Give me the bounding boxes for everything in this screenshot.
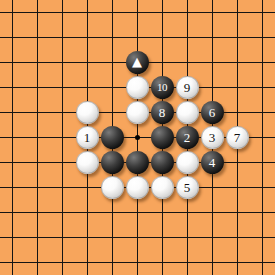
stone-white-c5r7: [126, 176, 149, 199]
star-point: [135, 135, 140, 140]
move-number-label: 10: [157, 81, 167, 92]
stone-black-c6r5: [151, 126, 174, 149]
grid-line-horizontal-10: [0, 262, 275, 263]
stone-white-c7r6: [176, 151, 199, 174]
stone-white-c6r7: [151, 176, 174, 199]
stone-white-move-3: 3: [201, 126, 224, 149]
stone-white-c5r3: [126, 76, 149, 99]
stone-white-move-7: 7: [226, 126, 249, 149]
go-board-surface[interactable]: ▲10986123745: [0, 0, 275, 275]
grid-line-horizontal-8: [0, 212, 275, 213]
stone-black-move-4: 4: [201, 151, 224, 174]
go-diagram: ▲10986123745: [0, 0, 275, 275]
stone-white-c3r6: [76, 151, 99, 174]
stone-black-move-2: 2: [176, 126, 199, 149]
grid-line-horizontal-9: [0, 237, 275, 238]
stone-white-c4r7: [101, 176, 124, 199]
move-number-label: 7: [234, 130, 241, 143]
move-number-label: 3: [209, 130, 216, 143]
move-number-label: 4: [209, 155, 216, 168]
stone-black-move-6: 6: [201, 101, 224, 124]
move-number-label: 2: [184, 130, 191, 143]
stone-black-move-10: 10: [151, 76, 174, 99]
triangle-marker-icon: ▲: [132, 55, 142, 68]
move-number-label: 6: [209, 105, 216, 118]
stone-black-c5r6: [126, 151, 149, 174]
grid-line-vertical-10: [262, 0, 263, 275]
stone-white-c3r4: [76, 101, 99, 124]
stone-white-c5r4: [126, 101, 149, 124]
stone-white-move-5: 5: [176, 176, 199, 199]
stone-black-c4r5: [101, 126, 124, 149]
stone-black-c4r6: [101, 151, 124, 174]
move-number-label: 8: [159, 105, 166, 118]
stone-black-c6r6: [151, 151, 174, 174]
stone-white-c7r4: [176, 101, 199, 124]
move-number-label: 5: [184, 180, 191, 193]
move-number-label: 1: [84, 130, 91, 143]
stone-white-move-9: 9: [176, 76, 199, 99]
stone-white-move-1: 1: [76, 126, 99, 149]
stone-black-move-8: 8: [151, 101, 174, 124]
move-number-label: 9: [184, 80, 191, 93]
stone-black-triangle-marked: ▲: [126, 51, 149, 74]
